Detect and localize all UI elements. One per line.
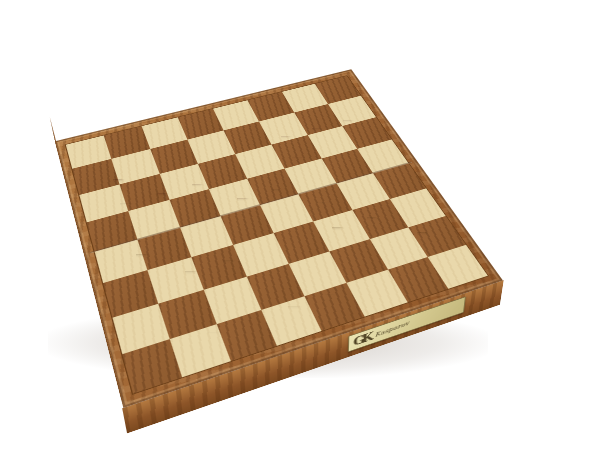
pawn-glyph: ♟ — [402, 202, 432, 235]
rook-glyph: ♜ — [268, 267, 306, 310]
square-a3[interactable] — [103, 270, 158, 317]
king-glyph: ♚ — [184, 282, 232, 335]
square-h1[interactable] — [427, 245, 488, 289]
pawn-glyph: ♟ — [122, 224, 152, 258]
chess-board: GK Kasparov ♚♝♜♜♟♛♟♟♟♞♟♟♞♞♟♟♟♝♝♟♟♟♟♟♚♜♛ — [55, 69, 503, 408]
pawn-glyph: ♟ — [208, 229, 239, 263]
pawn-glyph: ♟ — [317, 198, 346, 231]
square-a1[interactable] — [122, 339, 182, 394]
gk-monogram-logo: GK — [353, 331, 370, 348]
kasparov-signature: Kasparov — [375, 320, 409, 338]
square-f1[interactable] — [347, 270, 408, 317]
square-a2[interactable] — [112, 303, 170, 354]
square-g1[interactable] — [387, 257, 448, 303]
square-b1[interactable] — [170, 324, 230, 377]
photo-scene: GK Kasparov ♚♝♜♜♟♛♟♟♟♞♟♟♞♞♟♟♟♝♝♟♟♟♟♟♚♜♛ — [0, 0, 600, 466]
perspective-stage: GK Kasparov ♚♝♜♜♟♛♟♟♟♞♟♟♞♞♟♟♟♝♝♟♟♟♟♟♚♜♛ — [0, 0, 600, 466]
pawn-glyph: ♟ — [170, 240, 201, 275]
queen-glyph: ♛ — [303, 248, 347, 297]
pawn-glyph: ♟ — [352, 188, 381, 220]
